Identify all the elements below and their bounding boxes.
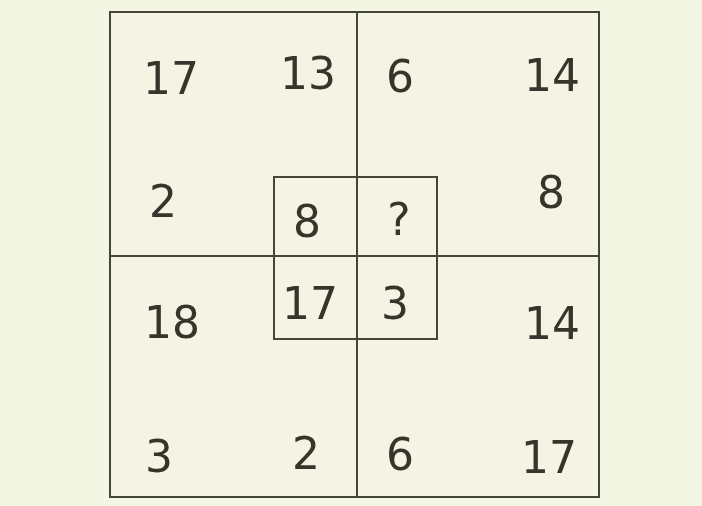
number-bl-lower-left: 3 [145,435,173,479]
number-br-lower-left: 6 [386,433,414,477]
number-tr-lower-right: 8 [537,171,565,215]
number-tl-upper-right: 13 [280,52,336,96]
number-bl-lower-right: 2 [292,432,320,476]
number-tl-upper-left: 17 [143,57,199,101]
puzzle-board: 17 13 6 14 2 8 18 14 3 2 6 17 8 ? 17 3 [109,11,600,498]
number-tr-upper-right: 14 [524,54,580,98]
number-tr-upper-left: 6 [386,55,414,99]
number-br-lower-right: 17 [521,436,577,480]
number-center-top-right-unknown: ? [387,198,410,242]
number-bl-upper-left: 18 [144,301,200,345]
number-tl-lower-left: 2 [149,180,177,224]
number-br-upper-right: 14 [524,302,580,346]
number-center-top-left: 8 [293,200,321,244]
puzzle-stage: 17 13 6 14 2 8 18 14 3 2 6 17 8 ? 17 3 [0,0,702,506]
number-center-bottom-right: 3 [381,282,409,326]
number-center-bottom-left: 17 [282,282,338,326]
